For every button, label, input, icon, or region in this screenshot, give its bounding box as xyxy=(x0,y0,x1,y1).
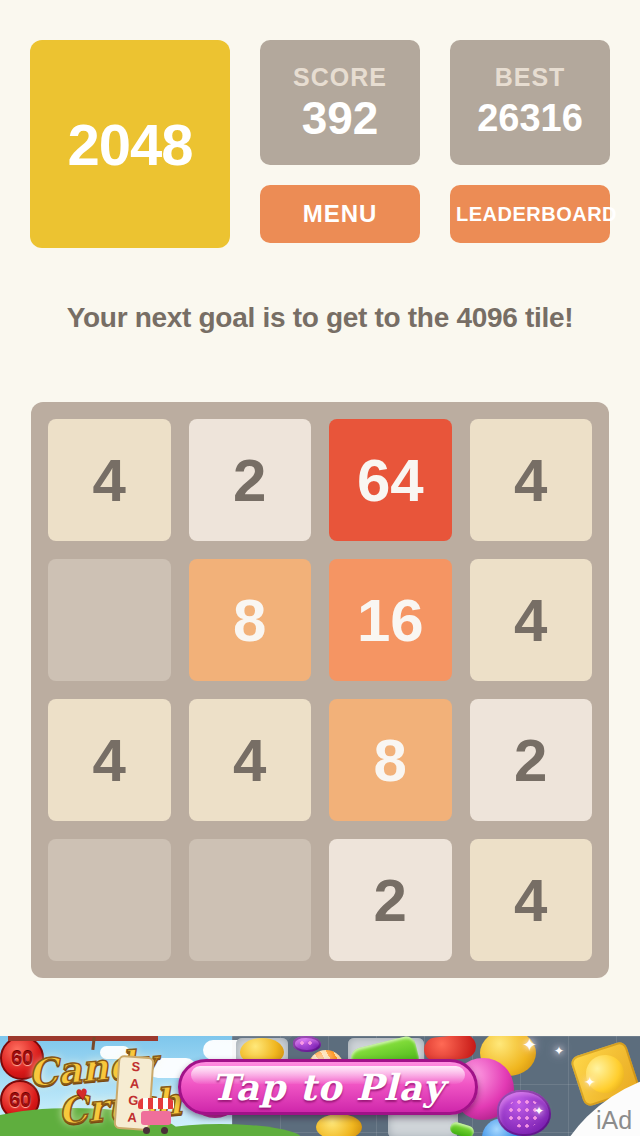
tile-8: 8 xyxy=(189,559,312,681)
timer-60-text: 60 xyxy=(9,1089,31,1112)
ad-banner[interactable]: Candy Crush SAGA 60 60 xyxy=(0,1036,640,1136)
tile-4: 4 xyxy=(470,559,593,681)
tile-64: 64 xyxy=(329,419,452,541)
empty-cell xyxy=(189,839,312,961)
score-label: SCORE xyxy=(293,62,387,92)
tile-4: 4 xyxy=(189,699,312,821)
tile-2: 2 xyxy=(470,699,593,821)
tile-4: 4 xyxy=(470,839,593,961)
tile-4: 4 xyxy=(48,419,171,541)
tile-4: 4 xyxy=(48,699,171,821)
sparkle-icon xyxy=(584,1074,596,1090)
app-logo-text: 2048 xyxy=(67,111,192,178)
purple-candy-icon xyxy=(293,1036,321,1052)
best-box: BEST 26316 xyxy=(450,40,610,165)
sparkle-icon xyxy=(522,1036,537,1056)
tile-16: 16 xyxy=(329,559,452,681)
best-value: 26316 xyxy=(477,92,583,144)
sparkle-icon xyxy=(534,1104,544,1118)
leaderboard-button[interactable]: LEADERBOARD xyxy=(450,185,610,243)
app-logo-tile: 2048 xyxy=(30,40,230,248)
iad-label: iAd xyxy=(596,1106,632,1135)
best-label: BEST xyxy=(495,62,566,92)
ad-cta-button[interactable]: Tap to Play xyxy=(178,1059,478,1115)
candy-cart-icon xyxy=(138,1098,174,1134)
ad-cta-text: Tap to Play xyxy=(211,1066,445,1108)
menu-button[interactable]: MENU xyxy=(260,185,420,243)
tile-2: 2 xyxy=(189,419,312,541)
game-board[interactable]: 426448164448224 xyxy=(31,402,609,978)
empty-cell xyxy=(48,559,171,681)
score-box: SCORE 392 xyxy=(260,40,420,165)
score-value: 392 xyxy=(302,92,379,144)
gold-lozenge-candy-icon xyxy=(316,1114,362,1136)
ad-top-frame xyxy=(8,1036,158,1041)
tile-8: 8 xyxy=(329,699,452,821)
sparkle-icon xyxy=(554,1044,564,1058)
goal-text: Your next goal is to get to the 4096 til… xyxy=(0,302,640,334)
empty-cell xyxy=(48,839,171,961)
tile-2: 2 xyxy=(329,839,452,961)
tile-4: 4 xyxy=(470,419,593,541)
app-screen: 2048 SCORE 392 BEST 26316 MENU LEADERBOA… xyxy=(0,0,640,1136)
